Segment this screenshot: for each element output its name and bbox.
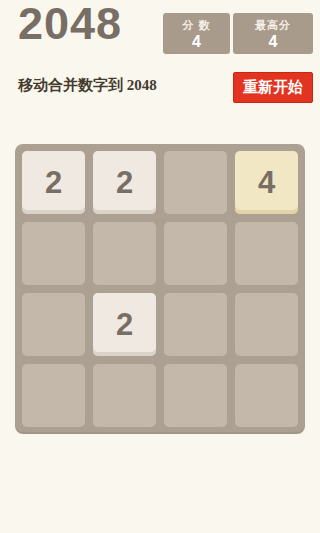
best-score-value: 4 bbox=[233, 33, 313, 50]
board-cell-r3c1 bbox=[22, 293, 85, 356]
board-cell-r4c1 bbox=[22, 364, 85, 427]
tile-2: 2 bbox=[22, 151, 85, 214]
board-cell-r3c2: 2 bbox=[93, 293, 156, 356]
best-score-label: 最高分 bbox=[233, 18, 313, 33]
restart-button[interactable]: 重新开始 bbox=[233, 72, 313, 103]
score-value: 4 bbox=[163, 33, 230, 50]
board-cell-r2c1 bbox=[22, 222, 85, 285]
tile-2: 2 bbox=[93, 151, 156, 214]
game-board[interactable]: 2242 bbox=[15, 144, 305, 434]
board-cell-r2c4 bbox=[235, 222, 298, 285]
board-cell-r1c4: 4 bbox=[235, 151, 298, 214]
board-cell-r2c3 bbox=[164, 222, 227, 285]
tile-4: 4 bbox=[235, 151, 298, 214]
page-title: 2048 bbox=[18, 0, 122, 50]
best-score-box: 最高分 4 bbox=[233, 13, 313, 54]
board-cell-r1c1: 2 bbox=[22, 151, 85, 214]
board-cell-r3c4 bbox=[235, 293, 298, 356]
board-cell-r1c2: 2 bbox=[93, 151, 156, 214]
board-cell-r1c3 bbox=[164, 151, 227, 214]
board-cell-r4c4 bbox=[235, 364, 298, 427]
score-box: 分 数 4 bbox=[163, 13, 230, 54]
score-label: 分 数 bbox=[163, 18, 230, 33]
board-cell-r2c2 bbox=[93, 222, 156, 285]
game-instructions: 移动合并数字到 2048 bbox=[18, 76, 157, 95]
board-cell-r3c3 bbox=[164, 293, 227, 356]
board-cell-r4c2 bbox=[93, 364, 156, 427]
board-cell-r4c3 bbox=[164, 364, 227, 427]
game-screen: 2048 分 数 4 最高分 4 移动合并数字到 2048 重新开始 2242 bbox=[0, 0, 320, 533]
tile-2: 2 bbox=[93, 293, 156, 356]
